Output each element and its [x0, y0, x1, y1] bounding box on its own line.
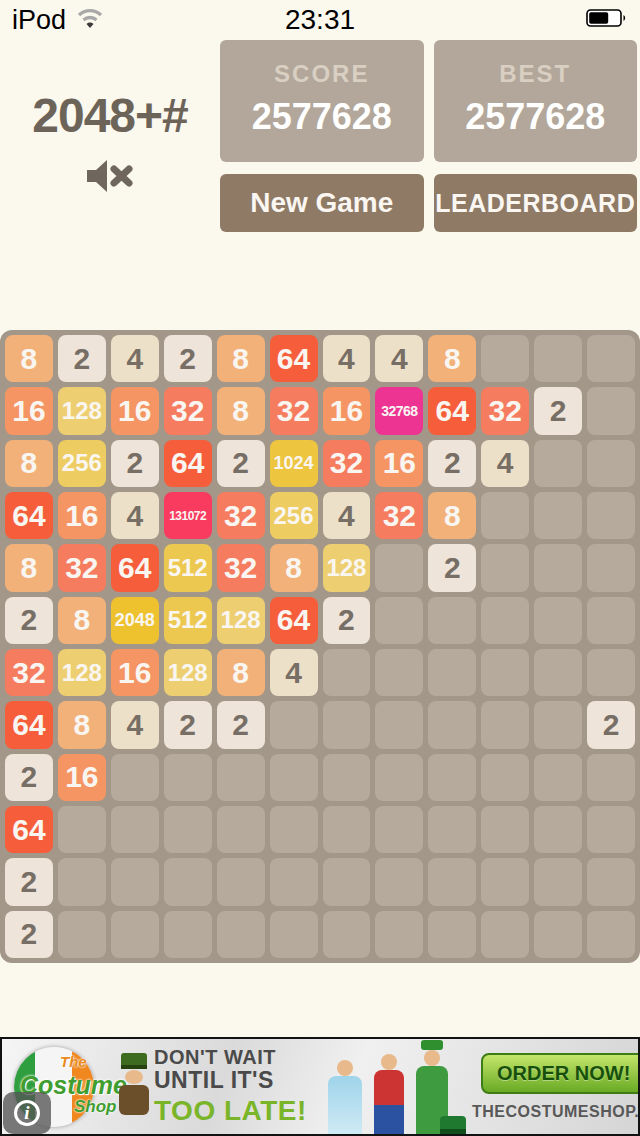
battery-icon	[586, 5, 628, 36]
score-box: SCORE 2577628	[220, 40, 424, 162]
tile-128: 128	[217, 597, 265, 644]
info-icon: i	[14, 1100, 40, 1126]
empty-cell	[164, 911, 212, 958]
order-now-button[interactable]: ORDER NOW!	[481, 1053, 640, 1094]
tile-2: 2	[428, 440, 476, 487]
best-box: BEST 2577628	[434, 40, 638, 162]
empty-cell	[587, 387, 635, 434]
tile-2: 2	[164, 701, 212, 748]
tile-8: 8	[58, 597, 106, 644]
tile-128: 128	[58, 387, 106, 434]
tile-32: 32	[5, 649, 53, 696]
empty-cell	[534, 754, 582, 801]
empty-cell	[534, 492, 582, 539]
tile-16: 16	[375, 440, 423, 487]
empty-cell	[587, 597, 635, 644]
empty-cell	[270, 701, 318, 748]
tile-4: 4	[323, 492, 371, 539]
tile-8: 8	[5, 440, 53, 487]
empty-cell	[587, 858, 635, 905]
tile-64: 64	[111, 544, 159, 591]
header: 2048+# SCORE 2577628 BEST 2577628	[0, 40, 640, 230]
empty-cell	[428, 649, 476, 696]
tile-32: 32	[217, 492, 265, 539]
clock: 23:31	[182, 4, 458, 36]
tile-2: 2	[111, 440, 159, 487]
tile-8: 8	[5, 544, 53, 591]
tile-32: 32	[375, 492, 423, 539]
tile-4: 4	[270, 649, 318, 696]
tile-2: 2	[323, 597, 371, 644]
tile-2: 2	[5, 754, 53, 801]
tile-128: 128	[58, 649, 106, 696]
tile-2: 2	[5, 911, 53, 958]
elsa-costume-figure	[328, 1076, 362, 1134]
tile-512: 512	[164, 597, 212, 644]
empty-cell	[375, 754, 423, 801]
score-value: 2577628	[220, 96, 424, 138]
empty-cell	[587, 754, 635, 801]
tile-2: 2	[5, 858, 53, 905]
app-screen: iPod 23:31 2048+#	[0, 0, 640, 1136]
game-board[interactable]: 8242864448161281632832163276864322825626…	[0, 330, 640, 963]
empty-cell	[534, 858, 582, 905]
empty-cell	[587, 806, 635, 853]
empty-cell	[270, 806, 318, 853]
empty-cell	[481, 754, 529, 801]
ad-headline-line1: DON'T WAIT	[154, 1047, 322, 1068]
empty-cell	[534, 544, 582, 591]
tile-64: 64	[5, 701, 53, 748]
tile-64: 64	[270, 597, 318, 644]
ad-costume-figures	[322, 1039, 472, 1134]
empty-cell	[587, 911, 635, 958]
empty-cell	[428, 911, 476, 958]
tile-2: 2	[217, 701, 265, 748]
status-bar: iPod 23:31	[0, 0, 640, 40]
ad-headline-line2: UNTIL IT'S	[154, 1068, 322, 1092]
ad-info-button[interactable]: i	[3, 1092, 51, 1134]
tile-131072: 131072	[164, 492, 212, 539]
empty-cell	[58, 911, 106, 958]
tile-8: 8	[428, 492, 476, 539]
tile-256: 256	[270, 492, 318, 539]
empty-cell	[217, 858, 265, 905]
empty-cell	[270, 754, 318, 801]
tile-32: 32	[58, 544, 106, 591]
empty-cell	[481, 597, 529, 644]
empty-cell	[587, 440, 635, 487]
leaderboard-button[interactable]: LEADERBOARD	[434, 174, 638, 232]
tile-4: 4	[323, 335, 371, 382]
tile-32: 32	[270, 387, 318, 434]
ad-headline: DON'T WAIT UNTIL IT'S TOO LATE!	[154, 1047, 322, 1126]
empty-cell	[217, 806, 265, 853]
empty-cell	[164, 858, 212, 905]
empty-cell	[481, 335, 529, 382]
tile-4: 4	[375, 335, 423, 382]
empty-cell	[111, 911, 159, 958]
empty-cell	[534, 440, 582, 487]
empty-cell	[375, 858, 423, 905]
tile-32: 32	[217, 544, 265, 591]
best-label: BEST	[434, 60, 638, 88]
empty-cell	[587, 544, 635, 591]
empty-cell	[217, 754, 265, 801]
brand-the: The	[60, 1053, 87, 1070]
tile-256: 256	[58, 440, 106, 487]
wonder-woman-costume-figure	[374, 1070, 404, 1134]
tile-16: 16	[5, 387, 53, 434]
empty-cell	[587, 649, 635, 696]
tile-32: 32	[323, 440, 371, 487]
empty-cell	[428, 597, 476, 644]
tile-2: 2	[5, 597, 53, 644]
tile-4: 4	[111, 492, 159, 539]
empty-cell	[270, 911, 318, 958]
tile-2048: 2048	[111, 597, 159, 644]
speaker-muted-icon	[84, 183, 136, 198]
wifi-icon	[76, 5, 104, 36]
score-label: SCORE	[220, 60, 424, 88]
carrier-label: iPod	[12, 5, 66, 36]
tile-128: 128	[164, 649, 212, 696]
tile-32: 32	[481, 387, 529, 434]
empty-cell	[481, 649, 529, 696]
tile-4: 4	[481, 440, 529, 487]
empty-cell	[534, 335, 582, 382]
empty-cell	[375, 701, 423, 748]
empty-cell	[375, 544, 423, 591]
empty-cell	[323, 911, 371, 958]
tile-2: 2	[428, 544, 476, 591]
empty-cell	[481, 544, 529, 591]
tile-8: 8	[428, 335, 476, 382]
tile-16: 16	[111, 387, 159, 434]
best-value: 2577628	[434, 96, 638, 138]
tile-2: 2	[58, 335, 106, 382]
tile-1024: 1024	[270, 440, 318, 487]
tile-2: 2	[587, 701, 635, 748]
tile-8: 8	[217, 649, 265, 696]
empty-cell	[534, 701, 582, 748]
tile-4: 4	[111, 701, 159, 748]
tile-32: 32	[164, 387, 212, 434]
leprechaun-figure	[116, 1053, 152, 1123]
empty-cell	[481, 806, 529, 853]
tile-64: 64	[164, 440, 212, 487]
tile-16: 16	[58, 492, 106, 539]
empty-cell	[375, 597, 423, 644]
tile-16: 16	[111, 649, 159, 696]
empty-cell	[111, 806, 159, 853]
empty-cell	[323, 858, 371, 905]
empty-cell	[481, 701, 529, 748]
empty-cell	[587, 335, 635, 382]
tile-64: 64	[270, 335, 318, 382]
empty-cell	[481, 492, 529, 539]
app-title: 2048+#	[32, 88, 188, 143]
empty-cell	[323, 754, 371, 801]
tile-4: 4	[111, 335, 159, 382]
empty-cell	[270, 858, 318, 905]
empty-cell	[428, 858, 476, 905]
empty-cell	[534, 597, 582, 644]
tile-2: 2	[217, 440, 265, 487]
tile-64: 64	[428, 387, 476, 434]
tile-512: 512	[164, 544, 212, 591]
empty-cell	[428, 754, 476, 801]
empty-cell	[323, 701, 371, 748]
empty-cell	[375, 806, 423, 853]
tile-64: 64	[5, 806, 53, 853]
empty-cell	[428, 806, 476, 853]
empty-cell	[164, 806, 212, 853]
empty-cell	[58, 806, 106, 853]
tile-8: 8	[270, 544, 318, 591]
empty-cell	[111, 858, 159, 905]
tile-16: 16	[323, 387, 371, 434]
leprechaun-hat-icon	[440, 1116, 466, 1134]
empty-cell	[534, 649, 582, 696]
empty-cell	[428, 701, 476, 748]
tile-2: 2	[164, 335, 212, 382]
empty-cell	[534, 911, 582, 958]
tile-8: 8	[5, 335, 53, 382]
tile-8: 8	[58, 701, 106, 748]
empty-cell	[534, 806, 582, 853]
ad-site-url: THECOSTUMESHOP.IE	[472, 1103, 640, 1121]
empty-cell	[164, 754, 212, 801]
empty-cell	[323, 649, 371, 696]
empty-cell	[111, 754, 159, 801]
empty-cell	[481, 858, 529, 905]
tile-8: 8	[217, 387, 265, 434]
tile-8: 8	[217, 335, 265, 382]
tile-64: 64	[5, 492, 53, 539]
tile-16: 16	[58, 754, 106, 801]
new-game-button[interactable]: New Game	[220, 174, 424, 232]
empty-cell	[217, 911, 265, 958]
mute-button[interactable]	[84, 157, 136, 198]
tile-128: 128	[323, 544, 371, 591]
ad-banner[interactable]: The Costume Shop DON'T WAIT UNTIL IT'S T…	[0, 1037, 640, 1136]
empty-cell	[587, 492, 635, 539]
tile-32768: 32768	[375, 387, 423, 434]
empty-cell	[375, 649, 423, 696]
empty-cell	[375, 911, 423, 958]
empty-cell	[58, 858, 106, 905]
tile-2: 2	[534, 387, 582, 434]
ad-headline-line3: TOO LATE!	[154, 1096, 322, 1125]
empty-cell	[481, 911, 529, 958]
brand-shop: Shop	[74, 1097, 117, 1117]
empty-cell	[323, 806, 371, 853]
